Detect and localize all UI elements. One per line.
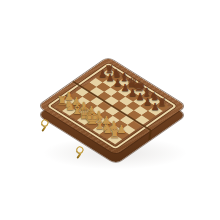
clasp-stem-icon <box>41 126 46 132</box>
photo-background: ♜♞♝♛♚♝♞♜♟♟♟♟♟♟♟♟♟♟♟♟♟♟♟♟♜♞♝♛♚♝♞♜ <box>0 0 220 220</box>
brass-clasp-left <box>37 118 50 132</box>
piece-black-pawn[interactable]: ♟ <box>151 102 160 112</box>
piece-white-rook[interactable]: ♜ <box>109 128 120 141</box>
